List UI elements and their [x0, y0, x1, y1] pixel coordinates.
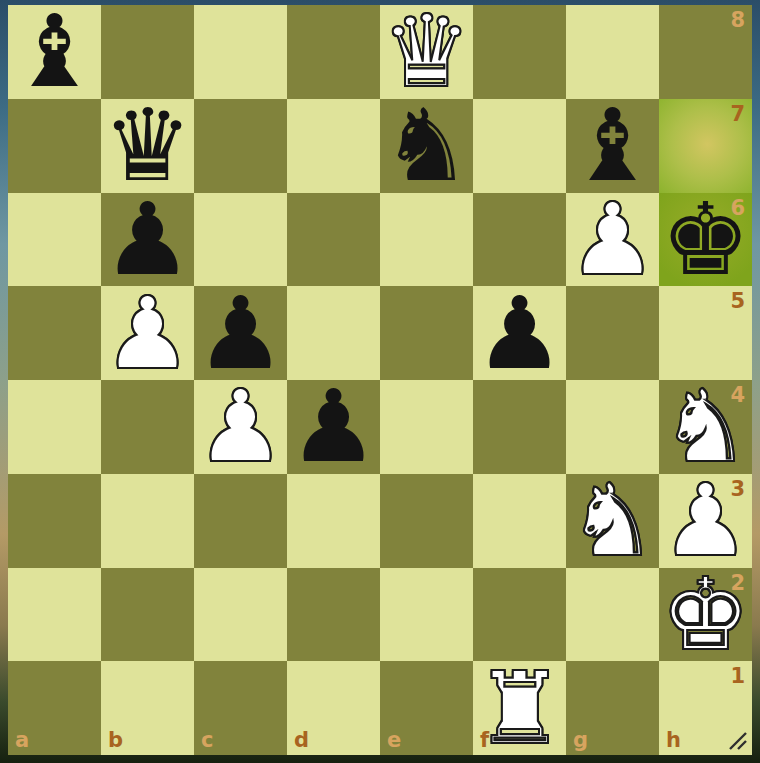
black-knight-e7[interactable]: ♞ — [382, 99, 472, 192]
white-queen-e8[interactable]: ♛ — [382, 5, 472, 98]
black-pawn-f5[interactable]: ♟ — [475, 287, 565, 380]
square-c4[interactable]: ♟ — [194, 380, 287, 474]
square-f2[interactable] — [473, 568, 566, 662]
chess-board: ♝♛8♛♞♝7♟♟♚6♟♟♟5♟♟♞4♞♟3♚2abcde♜fg1h — [8, 5, 752, 755]
black-bishop-a8[interactable]: ♝ — [10, 5, 100, 98]
square-a1[interactable]: a — [8, 661, 101, 755]
square-h4[interactable]: ♞4 — [659, 380, 752, 474]
square-c8[interactable] — [194, 5, 287, 99]
rank-label-8: 8 — [730, 10, 745, 31]
square-b8[interactable] — [101, 5, 194, 99]
square-h8[interactable]: 8 — [659, 5, 752, 99]
file-label-d: d — [294, 730, 309, 751]
square-b2[interactable] — [101, 568, 194, 662]
square-c3[interactable] — [194, 474, 287, 568]
square-a4[interactable] — [8, 380, 101, 474]
rank-label-4: 4 — [730, 385, 745, 406]
square-h6[interactable]: ♚6 — [659, 193, 752, 287]
square-f7[interactable] — [473, 99, 566, 193]
square-g6[interactable]: ♟ — [566, 193, 659, 287]
square-e6[interactable] — [380, 193, 473, 287]
rank-label-1: 1 — [730, 666, 745, 687]
square-g8[interactable] — [566, 5, 659, 99]
square-h2[interactable]: ♚2 — [659, 568, 752, 662]
white-pawn-b5[interactable]: ♟ — [103, 287, 193, 380]
black-queen-b7[interactable]: ♛ — [103, 99, 193, 192]
white-pawn-c4[interactable]: ♟ — [196, 380, 286, 473]
square-e7[interactable]: ♞ — [380, 99, 473, 193]
file-label-c: c — [201, 730, 213, 751]
square-e8[interactable]: ♛ — [380, 5, 473, 99]
square-h3[interactable]: ♟3 — [659, 474, 752, 568]
square-f3[interactable] — [473, 474, 566, 568]
square-b6[interactable]: ♟ — [101, 193, 194, 287]
square-e2[interactable] — [380, 568, 473, 662]
square-a6[interactable] — [8, 193, 101, 287]
file-label-h: h — [666, 730, 681, 751]
square-f8[interactable] — [473, 5, 566, 99]
square-d3[interactable] — [287, 474, 380, 568]
square-h5[interactable]: 5 — [659, 286, 752, 380]
square-g7[interactable]: ♝ — [566, 99, 659, 193]
square-f4[interactable] — [473, 380, 566, 474]
square-c2[interactable] — [194, 568, 287, 662]
rank-label-5: 5 — [730, 291, 745, 312]
square-g3[interactable]: ♞ — [566, 474, 659, 568]
square-c7[interactable] — [194, 99, 287, 193]
square-d5[interactable] — [287, 286, 380, 380]
square-d1[interactable]: d — [287, 661, 380, 755]
black-pawn-c5[interactable]: ♟ — [196, 287, 286, 380]
square-b7[interactable]: ♛ — [101, 99, 194, 193]
file-label-a: a — [15, 730, 29, 751]
rank-label-6: 6 — [730, 198, 745, 219]
square-e1[interactable]: e — [380, 661, 473, 755]
resize-handle-icon[interactable] — [728, 731, 748, 751]
square-e5[interactable] — [380, 286, 473, 380]
file-label-b: b — [108, 730, 123, 751]
square-f1[interactable]: ♜f — [473, 661, 566, 755]
square-g4[interactable] — [566, 380, 659, 474]
square-g2[interactable] — [566, 568, 659, 662]
white-pawn-g6[interactable]: ♟ — [568, 193, 658, 286]
square-g5[interactable] — [566, 286, 659, 380]
black-pawn-b6[interactable]: ♟ — [103, 193, 193, 286]
black-bishop-g7[interactable]: ♝ — [568, 99, 658, 192]
square-b4[interactable] — [101, 380, 194, 474]
square-e4[interactable] — [380, 380, 473, 474]
rank-label-3: 3 — [730, 479, 745, 500]
file-label-e: e — [387, 730, 401, 751]
square-g1[interactable]: g — [566, 661, 659, 755]
square-c1[interactable]: c — [194, 661, 287, 755]
square-c6[interactable] — [194, 193, 287, 287]
square-b1[interactable]: b — [101, 661, 194, 755]
square-a7[interactable] — [8, 99, 101, 193]
square-b3[interactable] — [101, 474, 194, 568]
rank-label-7: 7 — [730, 104, 745, 125]
square-a8[interactable]: ♝ — [8, 5, 101, 99]
square-e3[interactable] — [380, 474, 473, 568]
black-pawn-d4[interactable]: ♟ — [289, 380, 379, 473]
square-f5[interactable]: ♟ — [473, 286, 566, 380]
file-label-g: g — [573, 730, 588, 751]
square-b5[interactable]: ♟ — [101, 286, 194, 380]
white-knight-g3[interactable]: ♞ — [568, 474, 658, 567]
square-a5[interactable] — [8, 286, 101, 380]
square-h7[interactable]: 7 — [659, 99, 752, 193]
square-a3[interactable] — [8, 474, 101, 568]
square-d4[interactable]: ♟ — [287, 380, 380, 474]
square-d6[interactable] — [287, 193, 380, 287]
square-c5[interactable]: ♟ — [194, 286, 287, 380]
rank-label-2: 2 — [730, 573, 745, 594]
square-h1[interactable]: 1h — [659, 661, 752, 755]
file-label-f: f — [480, 730, 489, 751]
square-d2[interactable] — [287, 568, 380, 662]
square-f6[interactable] — [473, 193, 566, 287]
square-a2[interactable] — [8, 568, 101, 662]
square-d7[interactable] — [287, 99, 380, 193]
square-d8[interactable] — [287, 5, 380, 99]
background-photo: { "game": "chess", "position": { "fen": … — [0, 0, 760, 763]
